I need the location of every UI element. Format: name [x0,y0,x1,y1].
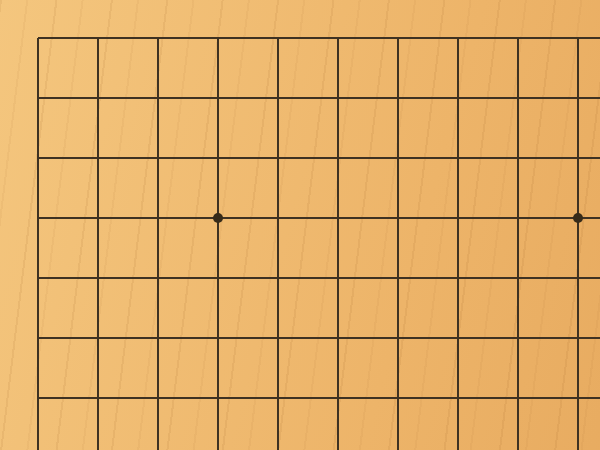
intersection [428,368,488,428]
intersection [68,128,128,188]
intersection [548,248,600,308]
intersection [68,308,128,368]
intersection [248,248,308,308]
intersection [8,128,68,188]
intersection [548,428,600,450]
intersection [188,128,248,188]
intersection [488,368,548,428]
intersection [188,308,248,368]
intersection [368,308,428,368]
intersection [128,8,188,68]
intersection [548,368,600,428]
intersection [428,308,488,368]
intersection [368,128,428,188]
intersection [68,368,128,428]
intersection [308,428,368,450]
intersection [428,68,488,128]
intersection [128,428,188,450]
intersection [548,68,600,128]
intersection [128,188,188,248]
intersection [68,428,128,450]
intersection [308,8,368,68]
intersection [248,68,308,128]
intersection [488,308,548,368]
intersection [308,128,368,188]
intersection [188,188,248,248]
intersection [248,428,308,450]
goban-wrap: ●●●○●○○○●●○○○●●●●○○●●○○●●●●○○●●●○●●○○●○○… [0,0,600,450]
intersection [68,248,128,308]
intersection [488,248,548,308]
intersection [128,68,188,128]
intersection [128,308,188,368]
intersection [248,8,308,68]
intersection [488,68,548,128]
goban-grid: ●●●○●○○○●●○○○●●●●○○●●○○●●●●○○●●●○●●○○●○○… [8,8,600,450]
intersection [368,248,428,308]
intersection [248,128,308,188]
intersection [428,8,488,68]
intersection [188,368,248,428]
intersection [368,368,428,428]
intersection [428,248,488,308]
intersection [128,248,188,308]
intersection [368,188,428,248]
intersection [248,188,308,248]
goban-photo-scene: ●●●○●○○○●●○○○●●●●○○●●○○●●●●○○●●●○●●○○●○○… [0,0,600,450]
intersection [548,8,600,68]
intersection [188,248,248,308]
intersection [308,368,368,428]
intersection [68,68,128,128]
intersection [488,188,548,248]
intersection [8,248,68,308]
intersection [428,428,488,450]
intersection [308,68,368,128]
intersection [128,368,188,428]
intersection [428,188,488,248]
intersection [8,368,68,428]
intersection [548,188,600,248]
intersection [188,8,248,68]
intersection [128,128,188,188]
intersection [308,248,368,308]
intersection [188,428,248,450]
intersection [548,308,600,368]
intersection [188,68,248,128]
intersection [8,8,68,68]
intersection [8,428,68,450]
intersection [368,428,428,450]
intersection [68,188,128,248]
intersection [488,128,548,188]
intersection [428,128,488,188]
intersection [8,188,68,248]
intersection [8,308,68,368]
intersection [248,308,308,368]
goban: ●●●○●○○○●●○○○●●●●○○●●○○●●●●○○●●●○●●○○●○○… [0,0,600,450]
intersection [248,368,308,428]
intersection [488,428,548,450]
intersection [548,128,600,188]
intersection [488,8,548,68]
intersection [308,188,368,248]
intersection [368,8,428,68]
intersection [68,8,128,68]
intersection [308,308,368,368]
intersection [8,68,68,128]
intersection [368,68,428,128]
